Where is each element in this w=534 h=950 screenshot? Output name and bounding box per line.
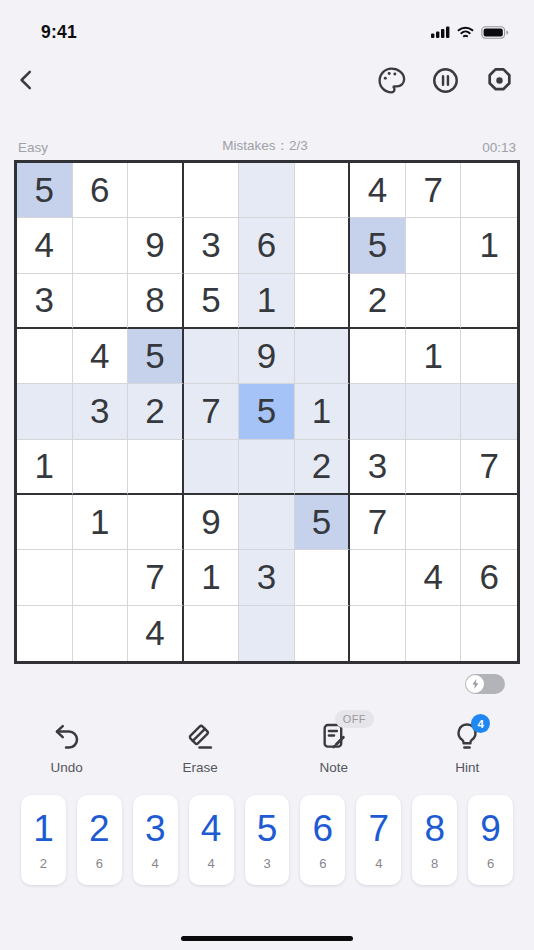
numpad-6[interactable]: 66	[300, 795, 345, 885]
cell-r1c3[interactable]: 3	[184, 218, 240, 273]
undo-label: Undo	[51, 760, 83, 775]
cell-r4c1[interactable]: 3	[73, 384, 129, 439]
cell-r3c3[interactable]	[184, 329, 240, 384]
cell-r6c2[interactable]	[128, 495, 184, 550]
cell-r4c5[interactable]: 1	[295, 384, 351, 439]
cell-r8c8[interactable]	[461, 606, 517, 661]
cellular-signal-icon	[431, 26, 450, 38]
cell-r5c6[interactable]: 3	[350, 440, 406, 495]
back-chevron-icon	[14, 67, 40, 93]
cell-r1c8[interactable]: 1	[461, 218, 517, 273]
fast-mode-toggle[interactable]	[465, 674, 505, 694]
toggle-knob	[466, 675, 484, 693]
cell-r3c8[interactable]	[461, 329, 517, 384]
numpad-digit: 5	[257, 810, 278, 847]
note-label: Note	[319, 760, 348, 775]
numpad-digit: 1	[33, 810, 54, 847]
cell-r0c2[interactable]	[128, 163, 184, 218]
numpad-9[interactable]: 96	[468, 795, 513, 885]
cell-r6c4[interactable]	[239, 495, 295, 550]
cell-r6c1[interactable]: 1	[73, 495, 129, 550]
nav-right-icons	[376, 65, 515, 96]
cell-r2c4[interactable]: 1	[239, 274, 295, 329]
record-icon	[484, 65, 515, 96]
cell-r5c1[interactable]	[73, 440, 129, 495]
cell-r1c0[interactable]: 4	[17, 218, 73, 273]
numpad-digit: 8	[424, 810, 445, 847]
timer-label: 00:13	[482, 140, 516, 155]
cell-r3c7[interactable]: 1	[406, 329, 462, 384]
note-button[interactable]: OFF Note	[267, 720, 401, 775]
palette-icon	[376, 65, 407, 96]
hint-label: Hint	[455, 760, 479, 775]
cell-r6c5[interactable]: 5	[295, 495, 351, 550]
cell-r2c1[interactable]	[73, 274, 129, 329]
cell-r5c7[interactable]	[406, 440, 462, 495]
cell-r1c1[interactable]	[73, 218, 129, 273]
cell-r2c3[interactable]: 5	[184, 274, 240, 329]
undo-icon	[51, 720, 83, 752]
cell-r2c7[interactable]	[406, 274, 462, 329]
cell-r3c0[interactable]	[17, 329, 73, 384]
cell-r7c8[interactable]: 6	[461, 550, 517, 605]
cell-r6c3[interactable]: 9	[184, 495, 240, 550]
numpad-2[interactable]: 26	[77, 795, 122, 885]
cell-r6c6[interactable]: 7	[350, 495, 406, 550]
hint-button[interactable]: 4 Hint	[401, 720, 534, 775]
cell-r7c6[interactable]	[350, 550, 406, 605]
cell-r8c3[interactable]	[184, 606, 240, 661]
toggle-row	[0, 674, 534, 694]
cell-r7c3[interactable]: 1	[184, 550, 240, 605]
nav-bar	[0, 54, 534, 106]
tools-row: Undo Erase	[0, 720, 534, 775]
numpad-7[interactable]: 74	[356, 795, 401, 885]
numpad-count: 6	[319, 856, 326, 871]
cell-r4c4[interactable]: 5	[239, 384, 295, 439]
cell-r4c7[interactable]	[406, 384, 462, 439]
cell-r2c6[interactable]: 2	[350, 274, 406, 329]
numpad-digit: 6	[313, 810, 334, 847]
numpad-digit: 9	[480, 810, 501, 847]
numpad-8[interactable]: 88	[412, 795, 457, 885]
cell-r7c4[interactable]: 3	[239, 550, 295, 605]
numpad-count: 4	[152, 856, 159, 871]
note-icon: OFF	[318, 720, 350, 752]
back-button[interactable]	[14, 67, 40, 93]
hint-count-badge: 4	[471, 714, 490, 733]
cell-r4c8[interactable]	[461, 384, 517, 439]
cell-r6c7[interactable]	[406, 495, 462, 550]
info-row: Easy Mistakes：2/3 00:13	[0, 106, 534, 160]
cell-r1c4[interactable]: 6	[239, 218, 295, 273]
numpad-digit: 2	[89, 810, 110, 847]
cell-r5c4[interactable]	[239, 440, 295, 495]
cell-r0c3[interactable]	[184, 163, 240, 218]
cell-r0c1[interactable]: 6	[73, 163, 129, 218]
status-icons	[431, 26, 509, 39]
cell-r0c6[interactable]: 4	[350, 163, 406, 218]
cell-r8c4[interactable]	[239, 606, 295, 661]
cell-r7c7[interactable]: 4	[406, 550, 462, 605]
cell-r1c6[interactable]: 5	[350, 218, 406, 273]
cell-r1c2[interactable]: 9	[128, 218, 184, 273]
cell-r3c5[interactable]	[295, 329, 351, 384]
cell-r0c7[interactable]: 7	[406, 163, 462, 218]
status-bar: 9:41	[0, 0, 534, 54]
cell-r2c5[interactable]	[295, 274, 351, 329]
cell-r7c0[interactable]	[17, 550, 73, 605]
cell-r0c0[interactable]: 5	[17, 163, 73, 218]
cell-r7c2[interactable]: 7	[128, 550, 184, 605]
number-pad: 122634445366748896	[0, 795, 534, 885]
cell-r6c0[interactable]	[17, 495, 73, 550]
cell-r8c5[interactable]	[295, 606, 351, 661]
cell-r6c8[interactable]	[461, 495, 517, 550]
cell-r3c1[interactable]: 4	[73, 329, 129, 384]
cell-r4c6[interactable]	[350, 384, 406, 439]
pause-icon	[430, 65, 461, 96]
numpad-count: 8	[431, 856, 438, 871]
cell-r8c2[interactable]: 4	[128, 606, 184, 661]
home-indicator[interactable]	[181, 936, 353, 941]
numpad-count: 4	[375, 856, 382, 871]
theme-button[interactable]	[376, 65, 407, 96]
cell-r1c5[interactable]	[295, 218, 351, 273]
mistakes-label: Mistakes：2/3	[222, 137, 308, 155]
cell-r4c0[interactable]	[17, 384, 73, 439]
record-button[interactable]	[484, 65, 515, 96]
cell-r2c2[interactable]: 8	[128, 274, 184, 329]
numpad-4[interactable]: 44	[189, 795, 234, 885]
cell-r2c0[interactable]: 3	[17, 274, 73, 329]
cell-r0c4[interactable]	[239, 163, 295, 218]
cell-r4c2[interactable]: 2	[128, 384, 184, 439]
cell-r3c2[interactable]: 5	[128, 329, 184, 384]
status-time: 9:41	[41, 22, 77, 43]
numpad-count: 4	[208, 856, 215, 871]
eraser-icon	[184, 720, 216, 752]
cell-r8c6[interactable]	[350, 606, 406, 661]
cell-r3c4[interactable]: 9	[239, 329, 295, 384]
numpad-digit: 7	[369, 810, 390, 847]
battery-icon	[481, 26, 509, 39]
cell-r0c8[interactable]	[461, 163, 517, 218]
erase-label: Erase	[183, 760, 218, 775]
cell-r5c2[interactable]	[128, 440, 184, 495]
cell-r5c8[interactable]: 7	[461, 440, 517, 495]
cell-r5c0[interactable]: 1	[17, 440, 73, 495]
cell-r8c1[interactable]	[73, 606, 129, 661]
cell-r8c7[interactable]	[406, 606, 462, 661]
cell-r5c5[interactable]: 2	[295, 440, 351, 495]
lightning-icon	[470, 678, 481, 690]
cell-r7c5[interactable]	[295, 550, 351, 605]
cell-r5c3[interactable]	[184, 440, 240, 495]
cell-r4c3[interactable]: 7	[184, 384, 240, 439]
numpad-3[interactable]: 34	[133, 795, 178, 885]
erase-button[interactable]: Erase	[134, 720, 268, 775]
numpad-count: 6	[487, 856, 494, 871]
note-off-badge: OFF	[335, 710, 374, 728]
cell-r0c5[interactable]	[295, 163, 351, 218]
cell-r1c7[interactable]	[406, 218, 462, 273]
numpad-count: 2	[40, 856, 47, 871]
cell-r7c1[interactable]	[73, 550, 129, 605]
undo-button[interactable]: Undo	[0, 720, 134, 775]
cell-r8c0[interactable]	[17, 606, 73, 661]
bulb-icon: 4	[451, 720, 483, 752]
wifi-icon	[457, 26, 474, 38]
numpad-1[interactable]: 12	[21, 795, 66, 885]
pause-button[interactable]	[430, 65, 461, 96]
cell-r2c8[interactable]	[461, 274, 517, 329]
numpad-digit: 4	[201, 810, 222, 847]
app-screen: 9:41	[0, 0, 534, 950]
numpad-5[interactable]: 53	[245, 795, 290, 885]
numpad-count: 6	[96, 856, 103, 871]
difficulty-label: Easy	[18, 140, 48, 155]
sudoku-board: 56474936513851245913275112371957713464	[14, 160, 520, 664]
numpad-count: 3	[263, 856, 270, 871]
numpad-digit: 3	[145, 810, 166, 847]
cell-r3c6[interactable]	[350, 329, 406, 384]
